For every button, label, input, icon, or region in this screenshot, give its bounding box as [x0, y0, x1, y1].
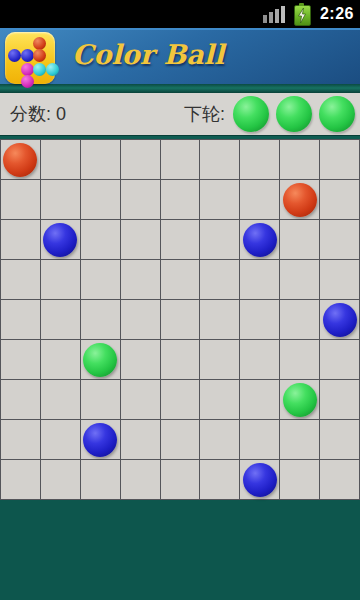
- score-label: 分数:: [10, 102, 51, 126]
- board-cell-r0c8[interactable]: [320, 140, 359, 179]
- board-cell-r6c0[interactable]: [1, 380, 40, 419]
- blue-ball[interactable]: [43, 223, 77, 257]
- board-cell-r5c8[interactable]: [320, 340, 359, 379]
- board-cell-r8c7[interactable]: [280, 460, 319, 499]
- board-cell-r3c4[interactable]: [161, 260, 200, 299]
- signal-bar: [269, 12, 273, 23]
- board-cell-r0c4[interactable]: [161, 140, 200, 179]
- board-cell-r0c6[interactable]: [240, 140, 279, 179]
- next-ball-green: [276, 96, 312, 132]
- board-cell-r0c3[interactable]: [121, 140, 160, 179]
- board-cell-r5c7[interactable]: [280, 340, 319, 379]
- board-cell-r5c1[interactable]: [41, 340, 80, 379]
- score-value: 0: [56, 104, 66, 125]
- logo-ball-blue: [8, 49, 21, 62]
- board-cell-r2c6[interactable]: [240, 220, 279, 259]
- board-cell-r7c8[interactable]: [320, 420, 359, 459]
- lightning-bolt-icon: [297, 8, 307, 23]
- footer-background: [0, 500, 360, 600]
- board-cell-r5c6[interactable]: [240, 340, 279, 379]
- board-cell-r6c4[interactable]: [161, 380, 200, 419]
- signal-strength-icon: [263, 6, 285, 23]
- game-board: [0, 139, 360, 500]
- board-cell-r8c1[interactable]: [41, 460, 80, 499]
- board-cell-r8c3[interactable]: [121, 460, 160, 499]
- blue-ball[interactable]: [243, 463, 277, 497]
- board-cell-r2c1[interactable]: [41, 220, 80, 259]
- board-cell-r2c8[interactable]: [320, 220, 359, 259]
- board-cell-r4c1[interactable]: [41, 300, 80, 339]
- board-cell-r5c2[interactable]: [81, 340, 120, 379]
- score-group: 分数: 0: [10, 102, 66, 126]
- board-cell-r6c1[interactable]: [41, 380, 80, 419]
- board-cell-r8c8[interactable]: [320, 460, 359, 499]
- board-cell-r0c2[interactable]: [81, 140, 120, 179]
- app-logo-icon: [5, 32, 55, 84]
- board-cell-r2c7[interactable]: [280, 220, 319, 259]
- green-ball[interactable]: [283, 383, 317, 417]
- board-cell-r7c4[interactable]: [161, 420, 200, 459]
- board-cell-r8c0[interactable]: [1, 460, 40, 499]
- board-cell-r6c3[interactable]: [121, 380, 160, 419]
- logo-ball-red: [33, 49, 46, 62]
- board-cell-r7c1[interactable]: [41, 420, 80, 459]
- board-cell-r3c8[interactable]: [320, 260, 359, 299]
- board-cell-r8c2[interactable]: [81, 460, 120, 499]
- board-cell-r7c5[interactable]: [200, 420, 239, 459]
- board-cell-r4c7[interactable]: [280, 300, 319, 339]
- board-cell-r1c1[interactable]: [41, 180, 80, 219]
- board-cell-r2c4[interactable]: [161, 220, 200, 259]
- board-cell-r3c1[interactable]: [41, 260, 80, 299]
- app-title: Color Ball: [72, 39, 224, 70]
- board-cell-r0c7[interactable]: [280, 140, 319, 179]
- score-bar: 分数: 0 下轮:: [0, 93, 360, 135]
- board-cell-r6c5[interactable]: [200, 380, 239, 419]
- board-cell-r6c2[interactable]: [81, 380, 120, 419]
- separator-band: [0, 84, 360, 93]
- green-ball[interactable]: [83, 343, 117, 377]
- board-cell-r4c5[interactable]: [200, 300, 239, 339]
- board-cell-r1c0[interactable]: [1, 180, 40, 219]
- status-bar: 2:26: [0, 0, 360, 28]
- board-cell-r4c2[interactable]: [81, 300, 120, 339]
- board-cell-r4c3[interactable]: [121, 300, 160, 339]
- board-cell-r2c2[interactable]: [81, 220, 120, 259]
- board-cell-r1c5[interactable]: [200, 180, 239, 219]
- board-cell-r7c3[interactable]: [121, 420, 160, 459]
- board-cell-r7c2[interactable]: [81, 420, 120, 459]
- board-cell-r2c5[interactable]: [200, 220, 239, 259]
- app-screen: 2:26 Color Ball 分数: 0 下轮:: [0, 0, 360, 600]
- board-cell-r1c7[interactable]: [280, 180, 319, 219]
- board-cell-r0c5[interactable]: [200, 140, 239, 179]
- board-cell-r8c6[interactable]: [240, 460, 279, 499]
- battery-charging-icon: [294, 5, 311, 26]
- red-ball[interactable]: [3, 143, 37, 177]
- board-cell-r7c6[interactable]: [240, 420, 279, 459]
- board-cell-r3c5[interactable]: [200, 260, 239, 299]
- board-cell-r6c6[interactable]: [240, 380, 279, 419]
- signal-bar: [263, 15, 267, 23]
- board-cell-r0c1[interactable]: [41, 140, 80, 179]
- signal-bar: [281, 6, 285, 23]
- board-cell-r1c8[interactable]: [320, 180, 359, 219]
- board-cell-r5c5[interactable]: [200, 340, 239, 379]
- board-cell-r3c7[interactable]: [280, 260, 319, 299]
- blue-ball[interactable]: [83, 423, 117, 457]
- board-cell-r2c0[interactable]: [1, 220, 40, 259]
- app-header: Color Ball: [0, 28, 360, 84]
- board-cell-r8c4[interactable]: [161, 460, 200, 499]
- board-cell-r4c8[interactable]: [320, 300, 359, 339]
- board-cell-r7c7[interactable]: [280, 420, 319, 459]
- logo-ball-cyan: [33, 63, 46, 76]
- board-cell-r5c0[interactable]: [1, 340, 40, 379]
- board-cell-r8c5[interactable]: [200, 460, 239, 499]
- blue-ball[interactable]: [323, 303, 357, 337]
- next-ball-green: [233, 96, 269, 132]
- board-cell-r4c4[interactable]: [161, 300, 200, 339]
- board-cell-r2c3[interactable]: [121, 220, 160, 259]
- board-cell-r4c0[interactable]: [1, 300, 40, 339]
- next-balls-preview: [233, 96, 355, 132]
- board-cell-r6c8[interactable]: [320, 380, 359, 419]
- logo-ball-magenta: [21, 75, 34, 88]
- logo-ball-cyan: [46, 63, 59, 76]
- board-cell-r1c2[interactable]: [81, 180, 120, 219]
- board-cell-r0c0[interactable]: [1, 140, 40, 179]
- board-cell-r5c3[interactable]: [121, 340, 160, 379]
- board-cell-r4c6[interactable]: [240, 300, 279, 339]
- board-cell-r1c3[interactable]: [121, 180, 160, 219]
- next-ball-green: [319, 96, 355, 132]
- board-cell-r3c0[interactable]: [1, 260, 40, 299]
- signal-bar: [275, 9, 279, 23]
- battery-cap: [299, 3, 304, 6]
- clock-time: 2:26: [320, 5, 354, 23]
- blue-ball[interactable]: [243, 223, 277, 257]
- board-cell-r5c4[interactable]: [161, 340, 200, 379]
- board-cell-r3c3[interactable]: [121, 260, 160, 299]
- board-cell-r7c0[interactable]: [1, 420, 40, 459]
- board-cell-r1c4[interactable]: [161, 180, 200, 219]
- board-cell-r3c2[interactable]: [81, 260, 120, 299]
- red-ball[interactable]: [283, 183, 317, 217]
- board-cell-r6c7[interactable]: [280, 380, 319, 419]
- board-cell-r3c6[interactable]: [240, 260, 279, 299]
- board-cell-r1c6[interactable]: [240, 180, 279, 219]
- next-round-label: 下轮:: [184, 102, 225, 126]
